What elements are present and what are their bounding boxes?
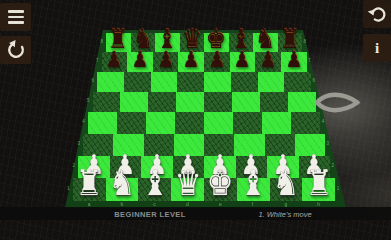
piece-white-queen[interactable]: ♛ xyxy=(174,166,201,201)
piece-black-pawn[interactable]: ♟ xyxy=(209,49,226,71)
piece-black-pawn[interactable]: ♟ xyxy=(285,49,302,71)
square-b6[interactable] xyxy=(124,72,151,92)
board-rank-1: ♜♞♝♛♚♝♞♜ xyxy=(73,178,336,201)
square-e5[interactable] xyxy=(204,92,232,113)
square-e6[interactable] xyxy=(204,72,231,92)
piece-black-pawn[interactable]: ♟ xyxy=(234,49,251,71)
square-f1[interactable]: ♝ xyxy=(237,178,270,201)
square-a4[interactable] xyxy=(88,112,117,134)
piece-white-rook[interactable]: ♜ xyxy=(306,166,333,201)
square-d6[interactable] xyxy=(177,72,204,92)
piece-white-rook[interactable]: ♜ xyxy=(76,166,103,201)
square-c7[interactable]: ♟ xyxy=(153,52,179,72)
board-rank-5 xyxy=(93,92,316,113)
square-c1[interactable]: ♝ xyxy=(138,178,171,201)
square-e7[interactable]: ♟ xyxy=(204,52,230,72)
board-rank-7: ♟♟♟♟♟♟♟♟ xyxy=(102,52,307,72)
piece-white-bishop[interactable]: ♝ xyxy=(141,166,168,201)
square-d1[interactable]: ♛ xyxy=(171,178,204,201)
piece-black-pawn[interactable]: ♟ xyxy=(157,49,174,71)
piece-black-pawn[interactable]: ♟ xyxy=(183,49,200,71)
menu-button[interactable] xyxy=(0,3,31,31)
square-g7[interactable]: ♟ xyxy=(255,52,281,72)
square-g5[interactable] xyxy=(260,92,288,113)
square-c4[interactable] xyxy=(146,112,175,134)
undo-arrow-icon xyxy=(366,3,388,25)
piece-white-bishop[interactable]: ♝ xyxy=(240,166,267,201)
eye-icon[interactable] xyxy=(314,89,360,116)
info-button[interactable]: i xyxy=(363,34,391,62)
square-c6[interactable] xyxy=(151,72,178,92)
square-a1[interactable]: ♜ xyxy=(73,178,106,201)
piece-black-pawn[interactable]: ♟ xyxy=(260,49,277,71)
square-a5[interactable] xyxy=(93,92,121,113)
status-bar: BEGINNER LEVEL 1. White's move xyxy=(0,207,391,220)
square-b4[interactable] xyxy=(117,112,146,134)
square-f6[interactable] xyxy=(231,72,258,92)
square-c5[interactable] xyxy=(148,92,176,113)
square-a6[interactable] xyxy=(97,72,124,92)
square-b1[interactable]: ♞ xyxy=(106,178,139,201)
square-a7[interactable]: ♟ xyxy=(102,52,128,72)
square-d4[interactable] xyxy=(175,112,204,134)
level-label: BEGINNER LEVEL xyxy=(88,210,212,219)
piece-white-king[interactable]: ♚ xyxy=(207,166,234,201)
square-f5[interactable] xyxy=(232,92,260,113)
square-h6[interactable] xyxy=(284,72,311,92)
square-e4[interactable] xyxy=(204,112,233,134)
square-e1[interactable]: ♚ xyxy=(204,178,237,201)
square-g4[interactable] xyxy=(262,112,291,134)
square-f4[interactable] xyxy=(233,112,262,134)
square-h7[interactable]: ♟ xyxy=(281,52,307,72)
piece-black-pawn[interactable]: ♟ xyxy=(132,49,149,71)
undo-button[interactable] xyxy=(363,0,391,28)
piece-white-knight[interactable]: ♞ xyxy=(273,166,300,201)
square-f7[interactable]: ♟ xyxy=(230,52,256,72)
square-h1[interactable]: ♜ xyxy=(302,178,335,201)
board-rank-4 xyxy=(88,112,321,134)
piece-black-pawn[interactable]: ♟ xyxy=(106,49,123,71)
square-d7[interactable]: ♟ xyxy=(178,52,204,72)
info-icon: i xyxy=(375,41,379,56)
rotate-board-icon xyxy=(5,39,27,61)
square-h5[interactable] xyxy=(288,92,316,113)
square-b5[interactable] xyxy=(120,92,148,113)
board-rank-6 xyxy=(97,72,311,92)
square-b7[interactable]: ♟ xyxy=(127,52,153,72)
move-indicator: 1. White's move xyxy=(225,210,345,219)
piece-white-knight[interactable]: ♞ xyxy=(109,166,136,201)
square-d5[interactable] xyxy=(176,92,204,113)
square-g1[interactable]: ♞ xyxy=(270,178,303,201)
square-g6[interactable] xyxy=(258,72,285,92)
rotate-board-button[interactable] xyxy=(0,36,31,64)
